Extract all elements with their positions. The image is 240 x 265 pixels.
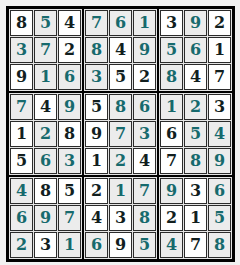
box-5: 586973124 [83, 92, 158, 176]
cell-r8c9[interactable]: 5 [208, 205, 231, 231]
cell-r5c5[interactable]: 7 [109, 121, 132, 147]
cell-r3c3[interactable]: 6 [58, 64, 81, 90]
cell-r2c2[interactable]: 7 [34, 37, 57, 63]
cell-r3c2[interactable]: 1 [34, 64, 57, 90]
cell-r2c4[interactable]: 8 [85, 37, 108, 63]
cell-r9c6[interactable]: 5 [133, 232, 156, 258]
cell-r9c3[interactable]: 1 [58, 232, 81, 258]
cell-r9c1[interactable]: 2 [10, 232, 33, 258]
cell-r1c3[interactable]: 4 [58, 10, 81, 36]
cell-r1c4[interactable]: 7 [85, 10, 108, 36]
cell-r9c9[interactable]: 8 [208, 232, 231, 258]
cell-r7c9[interactable]: 6 [208, 178, 231, 204]
cell-r3c9[interactable]: 7 [208, 64, 231, 90]
cell-r8c1[interactable]: 6 [10, 205, 33, 231]
cell-r2c7[interactable]: 5 [160, 37, 183, 63]
cell-r9c4[interactable]: 6 [85, 232, 108, 258]
cell-r7c6[interactable]: 7 [133, 178, 156, 204]
cell-r7c2[interactable]: 8 [34, 178, 57, 204]
cell-r4c3[interactable]: 9 [58, 94, 81, 120]
cell-r4c4[interactable]: 5 [85, 94, 108, 120]
cell-r1c2[interactable]: 5 [34, 10, 57, 36]
cell-r1c8[interactable]: 9 [184, 10, 207, 36]
cell-r7c7[interactable]: 9 [160, 178, 183, 204]
box-1: 854372916 [8, 8, 83, 92]
cell-r6c4[interactable]: 1 [85, 148, 108, 174]
cell-r4c2[interactable]: 4 [34, 94, 57, 120]
box-2: 761849352 [83, 8, 158, 92]
cell-r5c9[interactable]: 4 [208, 121, 231, 147]
cell-r4c6[interactable]: 6 [133, 94, 156, 120]
cell-r4c5[interactable]: 8 [109, 94, 132, 120]
cell-r2c6[interactable]: 9 [133, 37, 156, 63]
cell-r2c3[interactable]: 2 [58, 37, 81, 63]
cell-r8c4[interactable]: 4 [85, 205, 108, 231]
cell-r5c3[interactable]: 8 [58, 121, 81, 147]
cell-r2c1[interactable]: 3 [10, 37, 33, 63]
cell-r8c3[interactable]: 7 [58, 205, 81, 231]
cell-r6c8[interactable]: 8 [184, 148, 207, 174]
cell-r6c3[interactable]: 3 [58, 148, 81, 174]
box-9: 936215478 [158, 176, 233, 260]
cell-r5c1[interactable]: 1 [10, 121, 33, 147]
box-4: 749128563 [8, 92, 83, 176]
cell-r4c8[interactable]: 2 [184, 94, 207, 120]
cell-r1c9[interactable]: 2 [208, 10, 231, 36]
cell-r5c6[interactable]: 3 [133, 121, 156, 147]
sudoku-board: 8543729167618493523925618477491285635869… [6, 6, 235, 262]
cell-r8c2[interactable]: 9 [34, 205, 57, 231]
cell-r5c2[interactable]: 2 [34, 121, 57, 147]
cell-r7c3[interactable]: 5 [58, 178, 81, 204]
cell-r5c4[interactable]: 9 [85, 121, 108, 147]
cell-r1c7[interactable]: 3 [160, 10, 183, 36]
cell-r8c5[interactable]: 3 [109, 205, 132, 231]
cell-r4c9[interactable]: 3 [208, 94, 231, 120]
cell-r3c5[interactable]: 5 [109, 64, 132, 90]
cell-r5c7[interactable]: 6 [160, 121, 183, 147]
cell-r9c8[interactable]: 7 [184, 232, 207, 258]
cell-r1c5[interactable]: 6 [109, 10, 132, 36]
box-8: 217438695 [83, 176, 158, 260]
cell-r5c8[interactable]: 5 [184, 121, 207, 147]
cell-r1c6[interactable]: 1 [133, 10, 156, 36]
cell-r7c5[interactable]: 1 [109, 178, 132, 204]
cell-r2c9[interactable]: 1 [208, 37, 231, 63]
box-6: 123654789 [158, 92, 233, 176]
cell-r1c1[interactable]: 8 [10, 10, 33, 36]
cell-r9c5[interactable]: 9 [109, 232, 132, 258]
cell-r6c5[interactable]: 2 [109, 148, 132, 174]
cell-r6c1[interactable]: 5 [10, 148, 33, 174]
cell-r8c8[interactable]: 1 [184, 205, 207, 231]
cell-r6c7[interactable]: 7 [160, 148, 183, 174]
cell-r3c6[interactable]: 2 [133, 64, 156, 90]
cell-r9c7[interactable]: 4 [160, 232, 183, 258]
cell-r7c1[interactable]: 4 [10, 178, 33, 204]
cell-r2c8[interactable]: 6 [184, 37, 207, 63]
box-3: 392561847 [158, 8, 233, 92]
cell-r8c6[interactable]: 8 [133, 205, 156, 231]
cell-r8c7[interactable]: 2 [160, 205, 183, 231]
cell-r2c5[interactable]: 4 [109, 37, 132, 63]
cell-r6c9[interactable]: 9 [208, 148, 231, 174]
cell-r4c7[interactable]: 1 [160, 94, 183, 120]
cell-r3c7[interactable]: 8 [160, 64, 183, 90]
cell-r9c2[interactable]: 3 [34, 232, 57, 258]
cell-r6c2[interactable]: 6 [34, 148, 57, 174]
cell-r3c4[interactable]: 3 [85, 64, 108, 90]
cell-r7c4[interactable]: 2 [85, 178, 108, 204]
box-7: 485697231 [8, 176, 83, 260]
cell-r7c8[interactable]: 3 [184, 178, 207, 204]
cell-r3c8[interactable]: 4 [184, 64, 207, 90]
cell-r3c1[interactable]: 9 [10, 64, 33, 90]
cell-r6c6[interactable]: 4 [133, 148, 156, 174]
cell-r4c1[interactable]: 7 [10, 94, 33, 120]
